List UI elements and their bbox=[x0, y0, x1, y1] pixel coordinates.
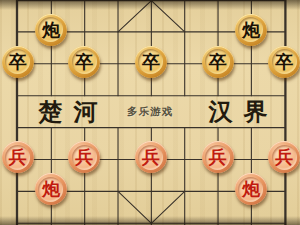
piece-glyph: 兵 bbox=[142, 148, 160, 166]
river-label-chu-he: 楚河 bbox=[28, 96, 109, 128]
piece-glyph: 卒 bbox=[209, 52, 227, 70]
piece-red-soldier[interactable]: 兵 bbox=[268, 141, 300, 173]
piece-red-soldier[interactable]: 兵 bbox=[2, 141, 34, 173]
piece-black-soldier[interactable]: 卒 bbox=[135, 46, 167, 78]
piece-black-soldier[interactable]: 卒 bbox=[2, 46, 34, 78]
piece-red-cannon[interactable]: 炮 bbox=[235, 173, 267, 205]
piece-glyph: 兵 bbox=[275, 148, 293, 166]
piece-glyph: 炮 bbox=[242, 180, 260, 198]
piece-glyph: 炮 bbox=[242, 20, 260, 38]
piece-glyph: 兵 bbox=[9, 148, 27, 166]
piece-black-soldier[interactable]: 卒 bbox=[68, 46, 100, 78]
piece-red-soldier[interactable]: 兵 bbox=[68, 141, 100, 173]
piece-glyph: 炮 bbox=[42, 180, 60, 198]
piece-glyph: 卒 bbox=[9, 52, 27, 70]
piece-glyph: 兵 bbox=[209, 148, 227, 166]
piece-red-soldier[interactable]: 兵 bbox=[202, 141, 234, 173]
piece-red-cannon[interactable]: 炮 bbox=[35, 173, 67, 205]
piece-black-soldier[interactable]: 卒 bbox=[268, 46, 300, 78]
piece-black-cannon[interactable]: 炮 bbox=[35, 14, 67, 46]
piece-black-cannon[interactable]: 炮 bbox=[235, 14, 267, 46]
piece-glyph: 兵 bbox=[75, 148, 93, 166]
watermark-logo: 多乐游戏 bbox=[127, 105, 173, 119]
piece-glyph: 卒 bbox=[275, 52, 293, 70]
piece-glyph: 卒 bbox=[142, 52, 160, 70]
river-label-han-jie: 汉界 bbox=[198, 96, 279, 128]
piece-red-soldier[interactable]: 兵 bbox=[135, 141, 167, 173]
piece-black-soldier[interactable]: 卒 bbox=[202, 46, 234, 78]
piece-glyph: 炮 bbox=[42, 20, 60, 38]
piece-glyph: 卒 bbox=[75, 52, 93, 70]
xiangqi-board[interactable]: 楚河 多乐游戏 汉界 炮炮卒卒卒卒卒兵兵兵兵兵炮炮 bbox=[0, 0, 300, 225]
